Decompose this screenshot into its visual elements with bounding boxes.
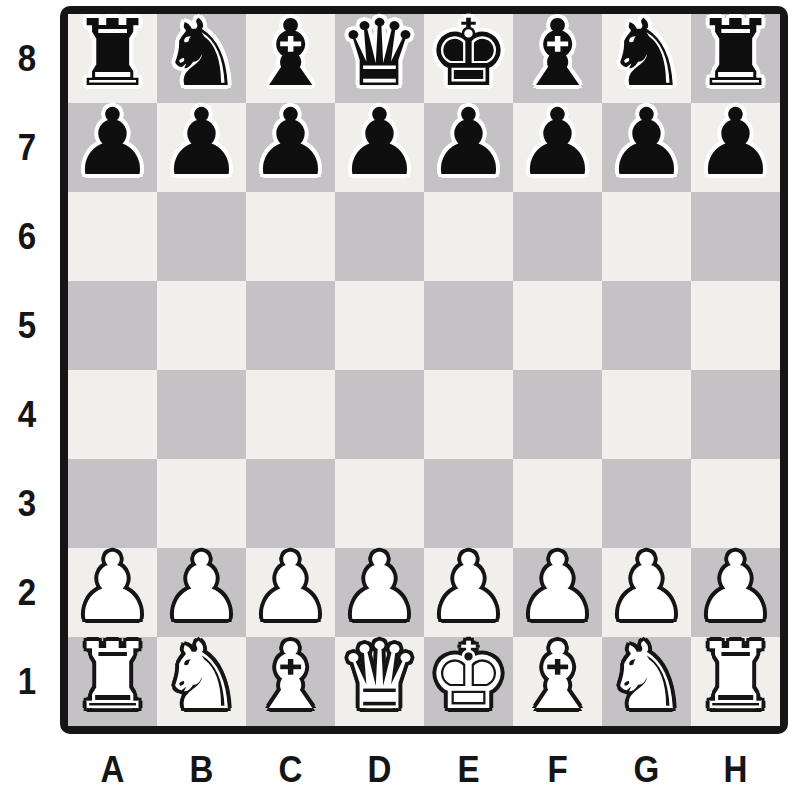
square-d7[interactable]: ♟ [335, 103, 424, 192]
square-b7[interactable]: ♟ [157, 103, 246, 192]
rank-labels: 87654321 [0, 14, 54, 726]
square-b1[interactable]: ♞ [157, 637, 246, 726]
chess-diagram: 87654321 ♜♞♝♛♚♝♞♜♟♟♟♟♟♟♟♟♟♟♟♟♟♟♟♟♜♞♝♛♚♝♞… [0, 0, 800, 800]
square-h6[interactable] [691, 192, 780, 281]
square-h5[interactable] [691, 281, 780, 370]
rank-label-1: 1 [2, 637, 52, 726]
file-label-g: G [606, 746, 688, 794]
black-rook[interactable]: ♜ [694, 8, 776, 100]
rank-label-2: 2 [2, 548, 52, 637]
black-bishop[interactable]: ♝ [516, 8, 598, 100]
square-f4[interactable] [513, 370, 602, 459]
white-knight[interactable]: ♞ [605, 631, 687, 723]
white-king[interactable]: ♚ [427, 631, 509, 723]
black-rook[interactable]: ♜ [71, 8, 153, 100]
square-g7[interactable]: ♟ [602, 103, 691, 192]
black-pawn[interactable]: ♟ [427, 97, 509, 189]
square-h7[interactable]: ♟ [691, 103, 780, 192]
white-rook[interactable]: ♜ [694, 631, 776, 723]
rank-label-4: 4 [2, 370, 52, 459]
file-labels: ABCDEFGH [68, 746, 780, 794]
square-e7[interactable]: ♟ [424, 103, 513, 192]
square-c4[interactable] [246, 370, 335, 459]
square-c5[interactable] [246, 281, 335, 370]
square-d4[interactable] [335, 370, 424, 459]
white-queen[interactable]: ♛ [338, 631, 420, 723]
rank-label-5: 5 [2, 281, 52, 370]
black-queen[interactable]: ♛ [338, 8, 420, 100]
black-pawn[interactable]: ♟ [160, 97, 242, 189]
black-knight[interactable]: ♞ [160, 8, 242, 100]
white-knight[interactable]: ♞ [160, 631, 242, 723]
black-pawn[interactable]: ♟ [605, 97, 687, 189]
square-d5[interactable] [335, 281, 424, 370]
rank-label-3: 3 [2, 459, 52, 548]
square-b4[interactable] [157, 370, 246, 459]
file-label-a: A [72, 746, 154, 794]
square-d6[interactable] [335, 192, 424, 281]
square-f7[interactable]: ♟ [513, 103, 602, 192]
square-e5[interactable] [424, 281, 513, 370]
square-a1[interactable]: ♜ [68, 637, 157, 726]
square-g6[interactable] [602, 192, 691, 281]
white-pawn[interactable]: ♟ [160, 542, 242, 634]
square-a7[interactable]: ♟ [68, 103, 157, 192]
square-f1[interactable]: ♝ [513, 637, 602, 726]
chess-board: ♜♞♝♛♚♝♞♜♟♟♟♟♟♟♟♟♟♟♟♟♟♟♟♟♜♞♝♛♚♝♞♜ [60, 6, 788, 734]
white-bishop[interactable]: ♝ [249, 631, 331, 723]
file-label-c: C [250, 746, 332, 794]
black-pawn[interactable]: ♟ [694, 97, 776, 189]
square-a6[interactable] [68, 192, 157, 281]
white-pawn[interactable]: ♟ [427, 542, 509, 634]
square-c1[interactable]: ♝ [246, 637, 335, 726]
rank-label-7: 7 [2, 103, 52, 192]
square-d1[interactable]: ♛ [335, 637, 424, 726]
file-label-h: H [695, 746, 777, 794]
square-f6[interactable] [513, 192, 602, 281]
black-king[interactable]: ♚ [427, 8, 509, 100]
white-pawn[interactable]: ♟ [338, 542, 420, 634]
square-e4[interactable] [424, 370, 513, 459]
white-pawn[interactable]: ♟ [605, 542, 687, 634]
square-c7[interactable]: ♟ [246, 103, 335, 192]
square-b5[interactable] [157, 281, 246, 370]
square-g4[interactable] [602, 370, 691, 459]
white-pawn[interactable]: ♟ [516, 542, 598, 634]
black-pawn[interactable]: ♟ [338, 97, 420, 189]
square-e1[interactable]: ♚ [424, 637, 513, 726]
square-a5[interactable] [68, 281, 157, 370]
black-pawn[interactable]: ♟ [516, 97, 598, 189]
square-h1[interactable]: ♜ [691, 637, 780, 726]
white-rook[interactable]: ♜ [71, 631, 153, 723]
black-pawn[interactable]: ♟ [249, 97, 331, 189]
rank-label-8: 8 [2, 14, 52, 103]
square-b6[interactable] [157, 192, 246, 281]
white-pawn[interactable]: ♟ [694, 542, 776, 634]
black-knight[interactable]: ♞ [605, 8, 687, 100]
white-pawn[interactable]: ♟ [71, 542, 153, 634]
square-f5[interactable] [513, 281, 602, 370]
file-label-f: F [517, 746, 599, 794]
square-g1[interactable]: ♞ [602, 637, 691, 726]
square-a4[interactable] [68, 370, 157, 459]
square-c6[interactable] [246, 192, 335, 281]
black-bishop[interactable]: ♝ [249, 8, 331, 100]
black-pawn[interactable]: ♟ [71, 97, 153, 189]
rank-label-6: 6 [2, 192, 52, 281]
file-label-e: E [428, 746, 510, 794]
white-bishop[interactable]: ♝ [516, 631, 598, 723]
file-label-b: B [161, 746, 243, 794]
square-h4[interactable] [691, 370, 780, 459]
file-label-d: D [339, 746, 421, 794]
square-e6[interactable] [424, 192, 513, 281]
white-pawn[interactable]: ♟ [249, 542, 331, 634]
square-g5[interactable] [602, 281, 691, 370]
